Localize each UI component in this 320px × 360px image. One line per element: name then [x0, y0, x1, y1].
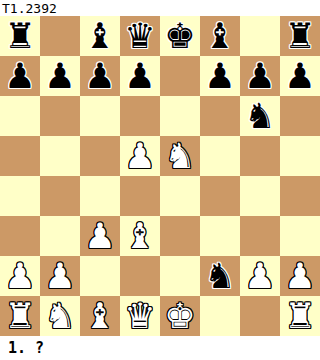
square-b8[interactable]: [40, 16, 80, 56]
square-d3[interactable]: ♝: [120, 216, 160, 256]
square-d7[interactable]: ♟: [120, 56, 160, 96]
square-b6[interactable]: [40, 96, 80, 136]
square-c4[interactable]: [80, 176, 120, 216]
piece-black-knight: ♞: [244, 96, 275, 136]
square-d1[interactable]: ♛: [120, 296, 160, 336]
square-f1[interactable]: [200, 296, 240, 336]
square-e2[interactable]: [160, 256, 200, 296]
square-f5[interactable]: [200, 136, 240, 176]
square-b7[interactable]: ♟: [40, 56, 80, 96]
move-prompt: 1. ?: [0, 339, 44, 357]
piece-white-rook: ♜: [4, 296, 35, 336]
square-g2[interactable]: ♟: [240, 256, 280, 296]
square-h6[interactable]: [280, 96, 320, 136]
square-e4[interactable]: [160, 176, 200, 216]
square-a8[interactable]: ♜: [0, 16, 40, 56]
piece-black-rook: ♜: [4, 16, 35, 56]
statusbar: 1. ?: [0, 336, 320, 360]
piece-black-pawn: ♟: [124, 56, 155, 96]
piece-black-pawn: ♟: [44, 56, 75, 96]
square-d5[interactable]: ♟: [120, 136, 160, 176]
square-f6[interactable]: [200, 96, 240, 136]
square-h8[interactable]: ♜: [280, 16, 320, 56]
piece-white-pawn: ♟: [244, 256, 275, 296]
piece-white-king: ♚: [164, 296, 195, 336]
puzzle-id: T1.2392: [0, 1, 57, 16]
piece-black-pawn: ♟: [4, 56, 35, 96]
chess-puzzle-window: T1.2392 ♜♝♛♚♝♜♟♟♟♟♟♟♟♞♟♞♟♝♟♟♞♟♟♜♞♝♛♚♜ 1.…: [0, 0, 320, 360]
square-b5[interactable]: [40, 136, 80, 176]
square-c1[interactable]: ♝: [80, 296, 120, 336]
square-c6[interactable]: [80, 96, 120, 136]
square-g7[interactable]: ♟: [240, 56, 280, 96]
square-b3[interactable]: [40, 216, 80, 256]
titlebar: T1.2392: [0, 0, 320, 16]
piece-black-pawn: ♟: [244, 56, 275, 96]
piece-white-pawn: ♟: [44, 256, 75, 296]
piece-black-pawn: ♟: [284, 56, 315, 96]
square-d6[interactable]: [120, 96, 160, 136]
square-e6[interactable]: [160, 96, 200, 136]
square-a5[interactable]: [0, 136, 40, 176]
piece-black-bishop: ♝: [84, 16, 115, 56]
piece-white-rook: ♜: [284, 296, 315, 336]
square-f4[interactable]: [200, 176, 240, 216]
square-c3[interactable]: ♟: [80, 216, 120, 256]
piece-white-bishop: ♝: [84, 296, 115, 336]
piece-white-knight: ♞: [44, 296, 75, 336]
square-a2[interactable]: ♟: [0, 256, 40, 296]
square-a7[interactable]: ♟: [0, 56, 40, 96]
square-h3[interactable]: [280, 216, 320, 256]
square-a1[interactable]: ♜: [0, 296, 40, 336]
square-d8[interactable]: ♛: [120, 16, 160, 56]
square-e5[interactable]: ♞: [160, 136, 200, 176]
square-f7[interactable]: ♟: [200, 56, 240, 96]
square-h7[interactable]: ♟: [280, 56, 320, 96]
piece-white-pawn: ♟: [284, 256, 315, 296]
square-b4[interactable]: [40, 176, 80, 216]
square-c5[interactable]: [80, 136, 120, 176]
square-c2[interactable]: [80, 256, 120, 296]
square-e7[interactable]: [160, 56, 200, 96]
piece-black-rook: ♜: [284, 16, 315, 56]
square-b1[interactable]: ♞: [40, 296, 80, 336]
square-e1[interactable]: ♚: [160, 296, 200, 336]
square-a6[interactable]: [0, 96, 40, 136]
piece-white-pawn: ♟: [4, 256, 35, 296]
square-c8[interactable]: ♝: [80, 16, 120, 56]
square-a3[interactable]: [0, 216, 40, 256]
square-h1[interactable]: ♜: [280, 296, 320, 336]
square-h5[interactable]: [280, 136, 320, 176]
piece-black-pawn: ♟: [84, 56, 115, 96]
piece-black-king: ♚: [164, 16, 195, 56]
square-f3[interactable]: [200, 216, 240, 256]
square-e3[interactable]: [160, 216, 200, 256]
piece-black-knight: ♞: [204, 256, 235, 296]
square-g4[interactable]: [240, 176, 280, 216]
square-g3[interactable]: [240, 216, 280, 256]
square-h2[interactable]: ♟: [280, 256, 320, 296]
piece-black-queen: ♛: [124, 16, 155, 56]
square-g1[interactable]: [240, 296, 280, 336]
square-a4[interactable]: [0, 176, 40, 216]
piece-white-queen: ♛: [124, 296, 155, 336]
square-e8[interactable]: ♚: [160, 16, 200, 56]
piece-white-pawn: ♟: [124, 136, 155, 176]
piece-black-pawn: ♟: [204, 56, 235, 96]
piece-white-knight: ♞: [164, 136, 195, 176]
square-c7[interactable]: ♟: [80, 56, 120, 96]
piece-white-bishop: ♝: [124, 216, 155, 256]
piece-white-pawn: ♟: [84, 216, 115, 256]
square-g6[interactable]: ♞: [240, 96, 280, 136]
square-d2[interactable]: [120, 256, 160, 296]
piece-black-bishop: ♝: [204, 16, 235, 56]
square-f8[interactable]: ♝: [200, 16, 240, 56]
chess-board: ♜♝♛♚♝♜♟♟♟♟♟♟♟♞♟♞♟♝♟♟♞♟♟♜♞♝♛♚♜: [0, 16, 320, 336]
square-g8[interactable]: [240, 16, 280, 56]
square-g5[interactable]: [240, 136, 280, 176]
square-f2[interactable]: ♞: [200, 256, 240, 296]
square-h4[interactable]: [280, 176, 320, 216]
square-b2[interactable]: ♟: [40, 256, 80, 296]
square-d4[interactable]: [120, 176, 160, 216]
